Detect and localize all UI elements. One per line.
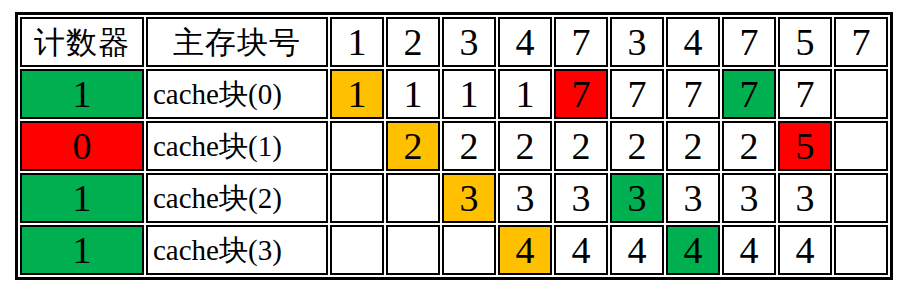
state-cell — [386, 225, 440, 275]
cache-block-label: cache块(2) — [146, 173, 328, 223]
state-cell: 2 — [386, 121, 440, 171]
lru-cache-table: 计数器主存块号12347347571cache块(0)1111777770cac… — [15, 12, 893, 280]
state-cell — [834, 173, 888, 223]
access-sequence-cell: 3 — [442, 17, 496, 67]
state-cell — [834, 225, 888, 275]
counter-cell: 1 — [20, 173, 144, 223]
cache-block-label: cache块(0) — [146, 69, 328, 119]
state-cell: 7 — [554, 69, 608, 119]
access-sequence-cell: 7 — [554, 17, 608, 67]
state-cell: 3 — [666, 173, 720, 223]
state-cell: 7 — [722, 69, 776, 119]
state-cell — [330, 121, 384, 171]
state-cell: 1 — [386, 69, 440, 119]
state-cell: 5 — [778, 121, 832, 171]
state-cell: 1 — [442, 69, 496, 119]
state-cell: 2 — [666, 121, 720, 171]
state-cell: 4 — [778, 225, 832, 275]
state-cell — [834, 69, 888, 119]
state-cell: 2 — [442, 121, 496, 171]
state-cell: 3 — [610, 173, 664, 223]
state-cell: 1 — [498, 69, 552, 119]
access-sequence-cell: 3 — [610, 17, 664, 67]
state-cell: 4 — [722, 225, 776, 275]
state-cell — [386, 173, 440, 223]
cache-block-label: cache块(3) — [146, 225, 328, 275]
state-cell: 4 — [554, 225, 608, 275]
state-cell: 7 — [666, 69, 720, 119]
state-cell — [442, 225, 496, 275]
state-cell — [834, 121, 888, 171]
state-cell: 2 — [610, 121, 664, 171]
access-sequence-cell: 7 — [722, 17, 776, 67]
access-sequence-cell: 1 — [330, 17, 384, 67]
state-cell: 3 — [442, 173, 496, 223]
state-cell — [330, 173, 384, 223]
header-counter-label: 计数器 — [20, 17, 144, 67]
counter-cell: 0 — [20, 121, 144, 171]
counter-cell: 1 — [20, 225, 144, 275]
access-sequence-cell: 4 — [498, 17, 552, 67]
state-cell: 2 — [722, 121, 776, 171]
header-block-label: 主存块号 — [146, 17, 328, 67]
counter-cell: 1 — [20, 69, 144, 119]
state-cell: 4 — [610, 225, 664, 275]
state-cell: 7 — [610, 69, 664, 119]
access-sequence-cell: 5 — [778, 17, 832, 67]
state-cell: 2 — [498, 121, 552, 171]
state-cell: 4 — [666, 225, 720, 275]
state-cell: 7 — [778, 69, 832, 119]
state-cell: 3 — [554, 173, 608, 223]
state-cell: 3 — [722, 173, 776, 223]
state-cell: 2 — [554, 121, 608, 171]
state-cell: 3 — [498, 173, 552, 223]
access-sequence-cell: 7 — [834, 17, 888, 67]
state-cell: 3 — [778, 173, 832, 223]
cache-block-label: cache块(1) — [146, 121, 328, 171]
access-sequence-cell: 4 — [666, 17, 720, 67]
state-cell: 4 — [498, 225, 552, 275]
access-sequence-cell: 2 — [386, 17, 440, 67]
state-cell: 1 — [330, 69, 384, 119]
state-cell — [330, 225, 384, 275]
